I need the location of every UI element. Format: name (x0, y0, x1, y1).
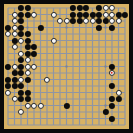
white-stone (50, 37, 56, 43)
black-stone (89, 11, 95, 17)
black-stone (83, 5, 89, 11)
last-move-marker (111, 72, 113, 74)
black-stone (109, 63, 115, 69)
black-stone (24, 31, 30, 37)
white-stone (109, 5, 115, 11)
black-stone (5, 83, 11, 89)
black-stone (24, 5, 30, 11)
black-stone (18, 5, 24, 11)
black-stone (11, 83, 17, 89)
white-stone (24, 57, 30, 63)
black-stone (76, 11, 82, 17)
black-stone (115, 11, 121, 17)
white-stone (24, 70, 30, 76)
black-stone (83, 11, 89, 17)
black-stone (109, 115, 115, 121)
white-stone (89, 18, 95, 24)
black-stone (18, 89, 24, 95)
black-stone (109, 24, 115, 30)
white-stone (11, 24, 17, 30)
white-stone (18, 76, 24, 82)
black-stone (11, 76, 17, 82)
white-stone (109, 11, 115, 17)
black-stone (102, 109, 108, 115)
black-stone (37, 24, 43, 30)
black-stone (24, 11, 30, 17)
black-stone (11, 37, 17, 43)
white-stone (18, 109, 24, 115)
black-stone (18, 57, 24, 63)
white-stone (31, 102, 37, 108)
white-stone (115, 89, 121, 95)
black-stone (24, 89, 30, 95)
white-stone (18, 50, 24, 56)
white-stone (102, 11, 108, 17)
white-stone (37, 102, 43, 108)
black-stone (18, 31, 24, 37)
white-stone (5, 89, 11, 95)
go-board (4, 4, 129, 129)
white-stone (57, 18, 63, 24)
black-stone (24, 44, 30, 50)
black-stone (70, 5, 76, 11)
black-stone (24, 37, 30, 43)
white-stone (109, 70, 115, 76)
board-intersection-grid[interactable] (5, 5, 129, 129)
black-stone (76, 18, 82, 24)
black-stone (18, 96, 24, 102)
white-stone (5, 31, 11, 37)
white-stone (11, 11, 17, 17)
white-stone (18, 37, 24, 43)
black-stone (18, 70, 24, 76)
white-stone (11, 18, 17, 24)
white-stone (31, 11, 37, 17)
board-cell[interactable] (122, 122, 129, 129)
black-stone (18, 18, 24, 24)
black-stone (76, 5, 82, 11)
black-stone (24, 76, 30, 82)
white-stone (24, 63, 30, 69)
black-stone (31, 44, 37, 50)
white-stone (24, 102, 30, 108)
black-stone (5, 76, 11, 82)
white-stone (44, 76, 50, 82)
black-stone (96, 5, 102, 11)
black-stone (5, 24, 11, 30)
black-stone (70, 11, 76, 17)
white-stone (109, 18, 115, 24)
black-stone (102, 18, 108, 24)
white-stone (50, 11, 56, 17)
white-stone (11, 96, 17, 102)
white-stone (102, 5, 108, 11)
black-stone (109, 96, 115, 102)
black-stone (24, 96, 30, 102)
black-stone (96, 24, 102, 30)
white-stone (63, 18, 69, 24)
white-stone (83, 18, 89, 24)
black-stone (63, 102, 69, 108)
black-stone (96, 18, 102, 24)
black-stone (96, 11, 102, 17)
black-stone (18, 24, 24, 30)
white-stone (31, 63, 37, 69)
black-stone (70, 18, 76, 24)
black-stone (11, 70, 17, 76)
black-stone (122, 11, 128, 17)
black-stone (18, 83, 24, 89)
black-stone (5, 63, 11, 69)
black-stone (18, 11, 24, 17)
white-stone (115, 18, 121, 24)
black-stone (109, 102, 115, 108)
white-stone (11, 44, 17, 50)
black-stone (24, 50, 30, 56)
white-stone (11, 31, 17, 37)
black-stone (109, 83, 115, 89)
black-stone (31, 50, 37, 56)
white-stone (11, 63, 17, 69)
black-stone (115, 96, 121, 102)
go-app-window (0, 0, 133, 133)
black-stone (18, 63, 24, 69)
